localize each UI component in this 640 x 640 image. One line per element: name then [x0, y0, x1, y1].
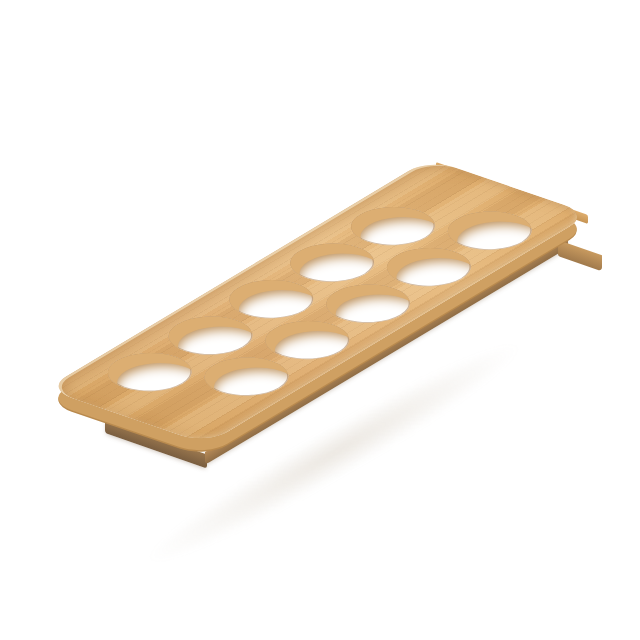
pit-grid — [45, 159, 591, 445]
pit-b1[interactable] — [188, 350, 306, 403]
product-photo-canvas — [0, 0, 640, 640]
board-base-right-face — [558, 240, 602, 271]
mancala-board — [45, 159, 591, 445]
pit-a1[interactable] — [91, 345, 209, 398]
